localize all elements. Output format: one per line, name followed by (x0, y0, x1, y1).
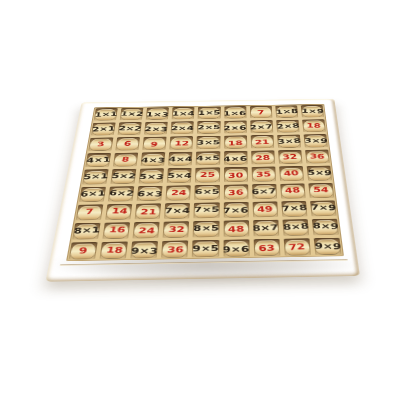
compartment-r8c5: 8×5 (193, 221, 219, 238)
roller-r9c6[interactable]: 9×6 (224, 241, 248, 256)
compartment-r6c1: 6×1 (79, 186, 106, 201)
roller-label: 1×9 (301, 108, 324, 114)
roller-label: 9×6 (223, 245, 249, 254)
roller-r5c8[interactable]: 40 (280, 168, 303, 181)
roller-r2c2[interactable]: 2×2 (119, 123, 141, 134)
roller-r8c1[interactable]: 8×1 (73, 224, 99, 239)
compartment-r9c9: 9×9 (314, 238, 342, 255)
roller-label: 3 (97, 141, 105, 148)
compartment-r8c4: 32 (163, 221, 190, 238)
roller-label: 18 (105, 246, 123, 254)
roller-r7c1[interactable]: 7 (77, 206, 102, 220)
compartment-r1c8: 1×8 (275, 105, 298, 118)
compartment-r5c7: 35 (251, 167, 276, 182)
roller-label: 5×9 (307, 169, 332, 176)
roller-label: 6×2 (108, 190, 134, 198)
compartment-r5c4: 5×4 (167, 168, 192, 183)
roller-label: 8×5 (193, 225, 219, 233)
compartment-r1c6: 1×6 (224, 106, 246, 119)
roller-label: 5×4 (167, 172, 192, 179)
roller-r9c8[interactable]: 72 (285, 240, 310, 255)
roller-label: 5×2 (111, 172, 137, 179)
compartment-r3c7: 21 (250, 135, 274, 149)
roller-r4c1[interactable]: 4×1 (86, 155, 110, 167)
roller-label: 30 (228, 172, 243, 179)
compartment-r1c2: 1×2 (120, 108, 144, 121)
compartment-r5c8: 40 (279, 166, 304, 181)
roller-r1c3[interactable]: 1×3 (147, 109, 168, 120)
roller-label: 2×4 (171, 125, 194, 131)
roller-label: 3×9 (304, 137, 328, 144)
roller-r1c5[interactable]: 1×5 (199, 108, 220, 119)
compartment-r4c6: 4×6 (224, 151, 248, 165)
roller-r3c9[interactable]: 3×9 (305, 136, 327, 148)
compartment-r7c7: 49 (252, 201, 278, 217)
roller-r1c4[interactable]: 1×4 (173, 108, 194, 119)
compartment-r8c9: 8×9 (312, 219, 339, 236)
roller-r9c2[interactable]: 18 (101, 243, 127, 258)
roller-label: 24 (138, 227, 155, 235)
compartment-r3c1: 3 (88, 138, 113, 152)
roller-r5c6[interactable]: 30 (224, 169, 246, 182)
roller-label: 1×1 (94, 111, 117, 118)
compartment-r4c2: 8 (113, 153, 138, 167)
compartment-r6c8: 48 (280, 183, 306, 198)
roller-r6c7[interactable]: 6×7 (253, 185, 276, 198)
compartment-r4c3: 4×3 (141, 152, 166, 166)
roller-label: 8 (121, 156, 130, 163)
roller-r5c5[interactable]: 25 (196, 169, 218, 182)
roller-label: 35 (256, 171, 272, 178)
roller-label: 54 (313, 186, 329, 193)
compartment-r6c5: 6×5 (195, 185, 220, 200)
roller-r3c3[interactable]: 9 (143, 138, 165, 150)
roller-label: 2×1 (92, 125, 116, 132)
roller-r1c6[interactable]: 1×6 (225, 107, 246, 118)
compartment-r1c3: 1×3 (146, 107, 169, 120)
roller-label: 4×5 (196, 155, 220, 162)
compartment-r1c5: 1×5 (198, 107, 220, 120)
compartment-r4c4: 4×4 (168, 152, 192, 166)
compartment-r2c1: 2×1 (91, 123, 116, 136)
compartment-r8c7: 8×7 (253, 220, 279, 237)
roller-label: 36 (310, 153, 325, 160)
roller-label: 9×9 (314, 242, 341, 251)
roller-label: 7×8 (281, 204, 307, 213)
roller-label: 8×8 (282, 223, 309, 232)
compartment-r3c2: 6 (115, 137, 140, 151)
roller-r6c9[interactable]: 54 (309, 184, 333, 197)
roller-label: 6×1 (80, 190, 106, 198)
roller-label: 7 (257, 109, 265, 115)
roller-r4c4[interactable]: 4×4 (169, 153, 191, 165)
roller-label: 2×3 (144, 126, 168, 132)
compartment-r1c7: 7 (250, 106, 273, 119)
compartment-r2c5: 2×5 (197, 121, 220, 134)
roller-label: 3×5 (197, 139, 220, 146)
roller-label: 8×1 (73, 226, 100, 235)
roller-label: 2×8 (276, 122, 299, 129)
roller-label: 18 (228, 140, 243, 147)
roller-label: 25 (200, 171, 215, 178)
compartment-r1c9: 1×9 (301, 105, 324, 118)
roller-label: 8×9 (312, 222, 338, 230)
compartment-r5c1: 5×1 (82, 169, 108, 184)
compartment-r5c2: 5×2 (111, 169, 137, 184)
roller-label: 36 (166, 245, 183, 253)
roller-label: 9×5 (192, 244, 219, 253)
roller-r7c5[interactable]: 7×5 (195, 204, 218, 218)
roller-label: 6×7 (252, 188, 277, 196)
compartment-r9c1: 9 (69, 242, 98, 260)
compartment-r1c4: 1×4 (172, 107, 195, 120)
roller-r1c2[interactable]: 1×2 (121, 109, 143, 120)
roller-label: 32 (282, 153, 298, 160)
roller-r4c3[interactable]: 4×3 (142, 154, 165, 166)
roller-r6c4[interactable]: 24 (167, 186, 190, 199)
roller-r2c7[interactable]: 2×7 (251, 121, 272, 132)
compartment-r7c2: 14 (105, 204, 132, 220)
compartment-r3c3: 9 (142, 137, 166, 151)
roller-label: 9×3 (130, 247, 158, 255)
compartment-r9c5: 9×5 (192, 240, 219, 258)
roller-r2c1[interactable]: 2×1 (92, 124, 115, 135)
roller-r9c9[interactable]: 9×9 (315, 239, 341, 254)
compartment-r4c7: 28 (251, 151, 275, 165)
roller-r6c6[interactable]: 36 (224, 186, 247, 199)
roller-r6c8[interactable]: 48 (281, 185, 304, 198)
compartment-r8c6: 48 (223, 220, 249, 237)
roller-r3c2[interactable]: 6 (116, 138, 139, 150)
roller-label: 32 (168, 226, 185, 234)
roller-r9c4[interactable]: 36 (162, 242, 187, 257)
compartment-r5c6: 30 (224, 167, 248, 182)
roller-label: 7×5 (194, 206, 219, 214)
compartment-r2c7: 2×7 (250, 120, 273, 133)
compartment-r7c9: 7×9 (310, 200, 337, 216)
roller-r7c4[interactable]: 7×4 (165, 204, 189, 218)
roller-r9c5[interactable]: 9×5 (193, 241, 218, 256)
compartment-r2c9: 18 (302, 119, 326, 132)
compartment-r4c1: 4×1 (85, 153, 111, 167)
roller-label: 36 (228, 189, 244, 197)
board-grid: 1×11×21×31×41×51×671×81×92×12×22×32×42×5… (66, 104, 344, 261)
compartment-r7c5: 7×5 (194, 202, 219, 218)
roller-r5c4[interactable]: 5×4 (168, 170, 191, 183)
roller-r7c3[interactable]: 21 (136, 205, 160, 219)
roller-label: 1×3 (146, 111, 169, 117)
compartment-r6c6: 36 (223, 184, 248, 199)
compartment-r7c8: 7×8 (281, 201, 307, 217)
roller-r6c5[interactable]: 6×5 (196, 186, 219, 199)
roller-r9c1[interactable]: 9 (70, 244, 97, 259)
roller-label: 9 (79, 246, 88, 255)
roller-r5c2[interactable]: 5×2 (112, 170, 136, 183)
roller-label: 8×7 (253, 224, 279, 233)
roller-label: 1×2 (120, 111, 144, 117)
roller-label: 7 (85, 208, 94, 216)
roller-r4c7[interactable]: 28 (252, 152, 274, 164)
compartment-r2c4: 2×4 (171, 121, 194, 134)
roller-r3c5[interactable]: 3×5 (198, 137, 220, 149)
roller-r5c9[interactable]: 5×9 (308, 167, 331, 180)
compartment-r3c5: 3×5 (197, 136, 220, 150)
compartment-r2c8: 2×8 (276, 120, 299, 133)
roller-label: 6×3 (137, 191, 163, 198)
compartment-r4c5: 4×5 (196, 151, 220, 165)
compartment-r9c8: 72 (283, 238, 310, 256)
roller-r8c3[interactable]: 24 (134, 223, 159, 238)
roller-label: 1×4 (172, 111, 195, 117)
roller-label: 28 (255, 154, 271, 161)
roller-label: 12 (174, 140, 189, 146)
roller-r8c6[interactable]: 48 (224, 222, 248, 236)
roller-r7c7[interactable]: 49 (253, 203, 277, 217)
roller-label: 3×8 (277, 137, 301, 144)
multiplication-board-tray: 1×11×21×31×41×51×671×81×92×12×22×32×42×5… (45, 99, 359, 282)
roller-r9c3[interactable]: 9×3 (132, 243, 158, 258)
roller-r3c6[interactable]: 18 (225, 137, 246, 149)
compartment-r6c4: 24 (166, 185, 191, 200)
compartment-r3c6: 18 (224, 135, 247, 149)
compartment-r6c3: 6×3 (137, 185, 163, 200)
roller-label: 1×5 (198, 110, 220, 116)
roller-label: 5×1 (83, 173, 108, 181)
roller-label: 4×6 (224, 155, 248, 162)
compartment-r7c3: 21 (135, 203, 162, 219)
compartment-r8c8: 8×8 (282, 219, 309, 236)
roller-r2c6[interactable]: 2×6 (225, 122, 246, 133)
roller-r4c9[interactable]: 36 (306, 151, 329, 163)
roller-r1c9[interactable]: 1×9 (302, 106, 323, 117)
roller-label: 40 (283, 170, 299, 178)
compartment-r5c9: 5×9 (307, 166, 332, 181)
compartment-r8c3: 24 (133, 222, 160, 239)
roller-r8c7[interactable]: 8×7 (254, 221, 278, 235)
roller-r7c9[interactable]: 7×9 (311, 202, 335, 216)
roller-label: 4×4 (168, 156, 192, 163)
compartment-r1c1: 1×1 (94, 108, 118, 121)
roller-label: 49 (257, 206, 274, 214)
roller-r2c3[interactable]: 2×3 (145, 123, 167, 134)
compartment-r6c9: 54 (308, 183, 334, 198)
roller-r6c3[interactable]: 6×3 (138, 187, 162, 200)
compartment-r3c9: 3×9 (303, 134, 327, 148)
compartment-r7c6: 7×6 (223, 202, 248, 218)
roller-label: 2×6 (224, 125, 247, 132)
roller-label: 21 (255, 139, 270, 146)
roller-r7c6[interactable]: 7×6 (224, 203, 247, 217)
roller-r4c2[interactable]: 8 (114, 154, 137, 166)
roller-r8c5[interactable]: 8×5 (194, 222, 218, 236)
roller-label: 48 (228, 225, 245, 233)
roller-r7c2[interactable]: 14 (106, 205, 131, 219)
roller-label: 7×4 (164, 207, 190, 215)
compartment-r7c4: 7×4 (164, 203, 190, 219)
compartment-r2c6: 2×6 (224, 121, 247, 134)
roller-r2c8[interactable]: 2×8 (277, 121, 299, 132)
compartment-r9c7: 63 (253, 239, 280, 257)
roller-label: 9 (150, 141, 158, 147)
roller-r1c8[interactable]: 1×8 (276, 107, 297, 118)
roller-r3c7[interactable]: 21 (251, 136, 273, 148)
roller-label: 21 (140, 208, 157, 216)
compartment-r9c4: 36 (161, 240, 188, 258)
compartment-r5c5: 25 (195, 168, 219, 183)
roller-label: 18 (307, 122, 321, 128)
roller-label: 2×5 (197, 124, 220, 130)
compartment-r8c1: 8×1 (72, 223, 100, 240)
roller-r8c9[interactable]: 8×9 (313, 220, 338, 234)
roller-r9c7[interactable]: 63 (254, 240, 279, 255)
roller-label: 2×2 (118, 125, 142, 131)
roller-r2c9[interactable]: 18 (303, 121, 325, 132)
roller-label: 1×8 (275, 108, 298, 115)
roller-label: 63 (258, 243, 275, 252)
compartment-r6c7: 6×7 (252, 184, 277, 199)
compartment-r3c8: 3×8 (277, 135, 301, 149)
roller-r8c8[interactable]: 8×8 (283, 221, 308, 235)
roller-label: 7×9 (310, 204, 336, 212)
roller-label: 1×6 (224, 110, 246, 116)
roller-r5c7[interactable]: 35 (252, 168, 275, 181)
compartment-r5c3: 5×3 (139, 169, 164, 184)
compartment-r9c6: 9×6 (223, 239, 249, 257)
roller-label: 7×6 (223, 207, 248, 215)
roller-r6c1[interactable]: 6×1 (80, 188, 105, 201)
roller-label: 24 (170, 189, 186, 196)
compartment-r8c2: 16 (102, 222, 130, 239)
roller-r5c1[interactable]: 5×1 (83, 171, 107, 184)
roller-r3c8[interactable]: 3×8 (278, 136, 300, 148)
roller-label: 14 (110, 208, 127, 216)
roller-r6c2[interactable]: 6×2 (109, 187, 133, 200)
scene: 1×11×21×31×41×51×671×81×92×12×22×32×42×5… (0, 0, 400, 400)
roller-r1c1[interactable]: 1×1 (95, 109, 117, 120)
roller-r8c4[interactable]: 32 (164, 223, 188, 237)
compartment-r7c1: 7 (76, 204, 104, 220)
roller-label: 72 (288, 242, 306, 251)
roller-r4c5[interactable]: 4×5 (197, 153, 219, 165)
roller-label: 4×1 (86, 156, 111, 164)
compartment-r9c2: 18 (100, 241, 129, 259)
compartment-r9c3: 9×3 (130, 241, 158, 259)
roller-r3c1[interactable]: 3 (89, 139, 112, 151)
roller-label: 48 (284, 187, 301, 195)
roller-label: 16 (108, 226, 126, 234)
roller-label: 6×5 (195, 188, 220, 196)
roller-r4c8[interactable]: 32 (279, 151, 301, 163)
compartment-r2c2: 2×2 (118, 122, 142, 135)
roller-r1c7[interactable]: 7 (250, 107, 271, 118)
roller-r2c5[interactable]: 2×5 (198, 122, 219, 133)
roller-r5c3[interactable]: 5×3 (140, 170, 163, 183)
roller-r8c2[interactable]: 16 (104, 224, 130, 239)
roller-label: 5×3 (139, 173, 164, 180)
compartment-r3c4: 12 (170, 136, 194, 150)
roller-r2c4[interactable]: 2×4 (172, 123, 193, 134)
roller-label: 6 (124, 140, 133, 146)
roller-label: 4×3 (141, 157, 166, 164)
compartment-r2c3: 2×3 (144, 122, 168, 135)
compartment-r6c2: 6×2 (108, 186, 135, 201)
compartment-r4c8: 32 (278, 150, 302, 164)
roller-r4c6[interactable]: 4×6 (225, 152, 247, 164)
roller-r3c4[interactable]: 12 (171, 138, 193, 150)
roller-label: 2×7 (250, 124, 273, 131)
roller-r7c8[interactable]: 7×8 (282, 202, 306, 216)
compartment-r4c9: 36 (305, 150, 330, 164)
